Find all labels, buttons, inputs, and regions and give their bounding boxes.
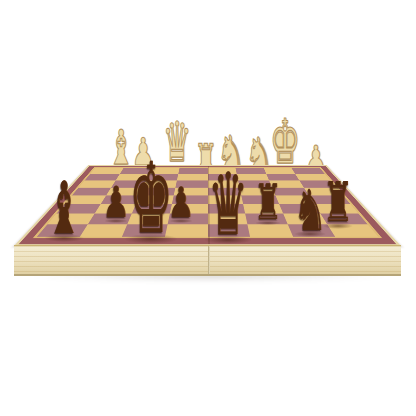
product-photo-canvas: ♝♟♛♜♞♞♚♟♝♟♚♟♛♜♞♜	[0, 0, 416, 416]
dark-queen[interactable]: ♛	[208, 161, 248, 247]
dark-pawn[interactable]: ♟	[168, 182, 194, 224]
dark-king[interactable]: ♚	[129, 149, 173, 247]
dark-rook[interactable]: ♜	[254, 178, 282, 227]
dark-rook[interactable]: ♜	[323, 175, 354, 230]
dark-bishop[interactable]: ♝	[46, 172, 82, 244]
dark-pawn[interactable]: ♟	[103, 181, 130, 224]
